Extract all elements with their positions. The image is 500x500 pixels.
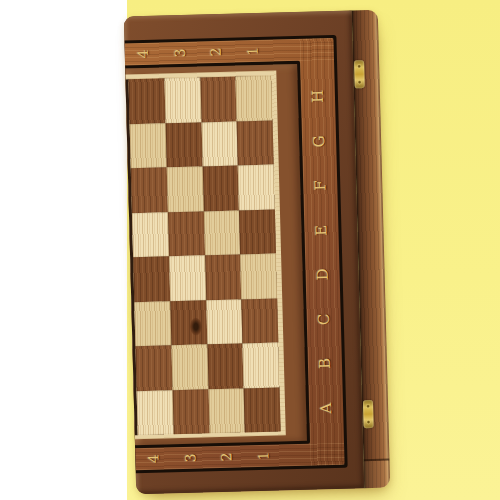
folding-chess-box: 4 3 2 1 4 3 2 1 H G F E D C B A (124, 10, 390, 494)
rank-label-bottom-2: 2 (215, 446, 238, 469)
file-label-a: A (314, 391, 339, 426)
rank-label-top-4: 4 (131, 43, 154, 66)
board-square (131, 167, 168, 212)
file-label-e: E (309, 213, 334, 248)
board-square (241, 298, 278, 343)
board-square (205, 254, 242, 299)
board-square (137, 390, 174, 435)
board-square (134, 301, 171, 346)
brass-clasp-top (354, 60, 365, 88)
box-base-edge (364, 461, 391, 489)
board-square (135, 345, 172, 390)
board-square (200, 76, 237, 121)
board-square (164, 77, 201, 122)
rank-label-bottom-3: 3 (179, 447, 202, 470)
photo-stage: 4 3 2 1 4 3 2 1 H G F E D C B A (0, 0, 500, 500)
file-label-d: D (310, 257, 335, 292)
board-square (237, 120, 274, 165)
board-square (167, 166, 204, 211)
rank-label-bottom-1: 1 (252, 445, 275, 468)
board-square (239, 209, 276, 254)
board-square (169, 255, 206, 300)
board-square (133, 256, 170, 301)
board-square (206, 299, 243, 344)
board-grid (125, 76, 280, 436)
file-label-f: F (308, 168, 333, 203)
board-square (132, 212, 169, 257)
board-square (172, 389, 209, 434)
board-square (128, 78, 165, 123)
board-square (208, 388, 245, 433)
board-square (203, 210, 240, 255)
board-square (130, 123, 167, 168)
board-square (244, 387, 281, 432)
file-label-h: H (306, 79, 331, 114)
file-label-c: C (311, 302, 336, 337)
rank-label-top-1: 1 (241, 40, 264, 63)
board-square (170, 300, 207, 345)
board-square (236, 76, 273, 121)
rank-label-bottom-4: 4 (142, 447, 165, 470)
board-square (207, 343, 244, 388)
file-label-g: G (307, 124, 332, 159)
rank-label-top-3: 3 (168, 42, 191, 65)
wood-knot (190, 318, 202, 336)
board-square (240, 254, 277, 299)
rank-label-top-2: 2 (204, 41, 227, 64)
board-square (171, 344, 208, 389)
board-square (168, 211, 205, 256)
board-square (201, 121, 238, 166)
board-square (202, 165, 239, 210)
brass-clasp-bottom (363, 400, 374, 428)
board-half-face: 4 3 2 1 4 3 2 1 H G F E D C B A (124, 10, 364, 494)
file-label-b: B (312, 346, 337, 381)
board-square (243, 342, 280, 387)
board-square (238, 165, 275, 210)
board-square (165, 122, 202, 167)
